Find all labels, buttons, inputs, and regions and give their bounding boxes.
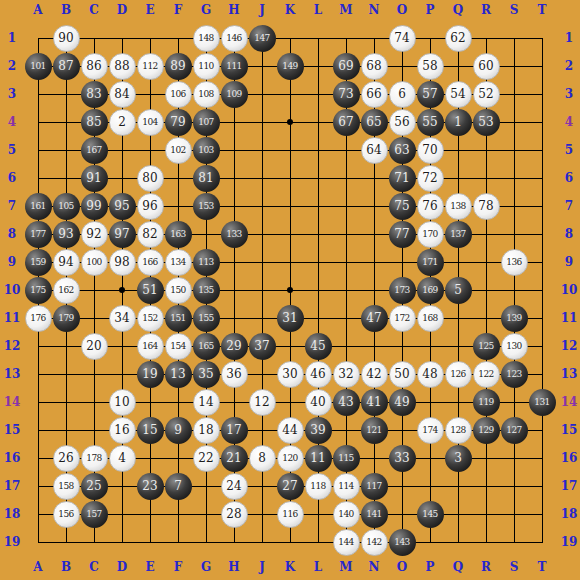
intersection-K3[interactable] xyxy=(276,80,304,108)
intersection-Q2[interactable] xyxy=(444,52,472,80)
intersection-D3[interactable]: 84 xyxy=(108,80,136,108)
intersection-B15[interactable] xyxy=(52,416,80,444)
stone-M19[interactable]: 144 xyxy=(333,529,360,556)
intersection-E2[interactable]: 112 xyxy=(136,52,164,80)
intersection-L10[interactable] xyxy=(304,276,332,304)
intersection-O9[interactable] xyxy=(388,248,416,276)
intersection-Q3[interactable]: 54 xyxy=(444,80,472,108)
intersection-F7[interactable] xyxy=(164,192,192,220)
stone-C5[interactable]: 167 xyxy=(81,137,108,164)
intersection-G17[interactable] xyxy=(192,472,220,500)
stone-C18[interactable]: 157 xyxy=(81,501,108,528)
stone-L15[interactable]: 39 xyxy=(305,417,332,444)
intersection-L7[interactable] xyxy=(304,192,332,220)
intersection-R10[interactable] xyxy=(472,276,500,304)
intersection-P19[interactable] xyxy=(416,528,444,556)
stone-F17[interactable]: 7 xyxy=(165,473,192,500)
intersection-S9[interactable]: 136 xyxy=(500,248,528,276)
stone-J16[interactable]: 8 xyxy=(249,445,276,472)
intersection-O6[interactable]: 71 xyxy=(388,164,416,192)
stone-G16[interactable]: 22 xyxy=(193,445,220,472)
intersection-S18[interactable] xyxy=(500,500,528,528)
intersection-H9[interactable] xyxy=(220,248,248,276)
intersection-E16[interactable] xyxy=(136,444,164,472)
stone-M13[interactable]: 32 xyxy=(333,361,360,388)
stone-F10[interactable]: 150 xyxy=(165,277,192,304)
stone-R7[interactable]: 78 xyxy=(473,193,500,220)
intersection-Q19[interactable] xyxy=(444,528,472,556)
intersection-Q7[interactable]: 138 xyxy=(444,192,472,220)
intersection-A8[interactable]: 177 xyxy=(24,220,52,248)
stone-L16[interactable]: 11 xyxy=(305,445,332,472)
intersection-F9[interactable]: 134 xyxy=(164,248,192,276)
intersection-E10[interactable]: 51 xyxy=(136,276,164,304)
stone-A9[interactable]: 159 xyxy=(25,249,52,276)
intersection-N19[interactable]: 142 xyxy=(360,528,388,556)
intersection-J11[interactable] xyxy=(248,304,276,332)
intersection-O4[interactable]: 56 xyxy=(388,108,416,136)
intersection-D15[interactable]: 16 xyxy=(108,416,136,444)
intersection-R5[interactable] xyxy=(472,136,500,164)
stone-G3[interactable]: 108 xyxy=(193,81,220,108)
intersection-O12[interactable] xyxy=(388,332,416,360)
intersection-T3[interactable] xyxy=(528,80,556,108)
intersection-K2[interactable]: 149 xyxy=(276,52,304,80)
intersection-R1[interactable] xyxy=(472,24,500,52)
intersection-G13[interactable]: 35 xyxy=(192,360,220,388)
intersection-D8[interactable]: 97 xyxy=(108,220,136,248)
go-grid[interactable]: 9014814614774621018786881128911011114969… xyxy=(24,24,556,556)
intersection-L6[interactable] xyxy=(304,164,332,192)
stone-K18[interactable]: 116 xyxy=(277,501,304,528)
intersection-C17[interactable]: 25 xyxy=(80,472,108,500)
intersection-G3[interactable]: 108 xyxy=(192,80,220,108)
intersection-R15[interactable]: 129 xyxy=(472,416,500,444)
stone-J12[interactable]: 37 xyxy=(249,333,276,360)
stone-F5[interactable]: 102 xyxy=(165,137,192,164)
intersection-B1[interactable]: 90 xyxy=(52,24,80,52)
stone-R2[interactable]: 60 xyxy=(473,53,500,80)
stone-M4[interactable]: 67 xyxy=(333,109,360,136)
intersection-L17[interactable]: 118 xyxy=(304,472,332,500)
intersection-J7[interactable] xyxy=(248,192,276,220)
intersection-S1[interactable] xyxy=(500,24,528,52)
stone-N2[interactable]: 68 xyxy=(361,53,388,80)
intersection-P2[interactable]: 58 xyxy=(416,52,444,80)
stone-M14[interactable]: 43 xyxy=(333,389,360,416)
intersection-A10[interactable]: 175 xyxy=(24,276,52,304)
intersection-F2[interactable]: 89 xyxy=(164,52,192,80)
intersection-E18[interactable] xyxy=(136,500,164,528)
intersection-J8[interactable] xyxy=(248,220,276,248)
intersection-K17[interactable]: 27 xyxy=(276,472,304,500)
intersection-S11[interactable]: 139 xyxy=(500,304,528,332)
intersection-M3[interactable]: 73 xyxy=(332,80,360,108)
intersection-N3[interactable]: 66 xyxy=(360,80,388,108)
intersection-R4[interactable]: 53 xyxy=(472,108,500,136)
intersection-C5[interactable]: 167 xyxy=(80,136,108,164)
stone-G15[interactable]: 18 xyxy=(193,417,220,444)
intersection-H3[interactable]: 109 xyxy=(220,80,248,108)
intersection-S17[interactable] xyxy=(500,472,528,500)
intersection-P1[interactable] xyxy=(416,24,444,52)
intersection-E6[interactable]: 80 xyxy=(136,164,164,192)
intersection-S2[interactable] xyxy=(500,52,528,80)
intersection-S15[interactable]: 127 xyxy=(500,416,528,444)
stone-C7[interactable]: 99 xyxy=(81,193,108,220)
intersection-P9[interactable]: 171 xyxy=(416,248,444,276)
intersection-A17[interactable] xyxy=(24,472,52,500)
stone-H16[interactable]: 21 xyxy=(221,445,248,472)
intersection-K19[interactable] xyxy=(276,528,304,556)
intersection-R7[interactable]: 78 xyxy=(472,192,500,220)
intersection-O7[interactable]: 75 xyxy=(388,192,416,220)
stone-L12[interactable]: 45 xyxy=(305,333,332,360)
intersection-R13[interactable]: 122 xyxy=(472,360,500,388)
intersection-C15[interactable] xyxy=(80,416,108,444)
stone-D14[interactable]: 10 xyxy=(109,389,136,416)
intersection-E14[interactable] xyxy=(136,388,164,416)
intersection-Q8[interactable]: 137 xyxy=(444,220,472,248)
stone-P11[interactable]: 168 xyxy=(417,305,444,332)
intersection-N10[interactable] xyxy=(360,276,388,304)
intersection-O17[interactable] xyxy=(388,472,416,500)
intersection-L15[interactable]: 39 xyxy=(304,416,332,444)
stone-B2[interactable]: 87 xyxy=(53,53,80,80)
intersection-M5[interactable] xyxy=(332,136,360,164)
stone-C17[interactable]: 25 xyxy=(81,473,108,500)
intersection-A7[interactable]: 161 xyxy=(24,192,52,220)
stone-G12[interactable]: 165 xyxy=(193,333,220,360)
stone-T14[interactable]: 131 xyxy=(529,389,556,416)
intersection-N17[interactable]: 117 xyxy=(360,472,388,500)
intersection-H1[interactable]: 146 xyxy=(220,24,248,52)
intersection-B9[interactable]: 94 xyxy=(52,248,80,276)
intersection-A4[interactable] xyxy=(24,108,52,136)
stone-K15[interactable]: 44 xyxy=(277,417,304,444)
stone-F4[interactable]: 79 xyxy=(165,109,192,136)
intersection-B10[interactable]: 162 xyxy=(52,276,80,304)
intersection-Q1[interactable]: 62 xyxy=(444,24,472,52)
intersection-F11[interactable]: 151 xyxy=(164,304,192,332)
intersection-S10[interactable] xyxy=(500,276,528,304)
intersection-G5[interactable]: 103 xyxy=(192,136,220,164)
intersection-D13[interactable] xyxy=(108,360,136,388)
stone-O7[interactable]: 75 xyxy=(389,193,416,220)
intersection-C2[interactable]: 86 xyxy=(80,52,108,80)
intersection-J6[interactable] xyxy=(248,164,276,192)
intersection-Q15[interactable]: 128 xyxy=(444,416,472,444)
intersection-F19[interactable] xyxy=(164,528,192,556)
intersection-N12[interactable] xyxy=(360,332,388,360)
intersection-S3[interactable] xyxy=(500,80,528,108)
intersection-J17[interactable] xyxy=(248,472,276,500)
intersection-C4[interactable]: 85 xyxy=(80,108,108,136)
stone-N3[interactable]: 66 xyxy=(361,81,388,108)
intersection-D11[interactable]: 34 xyxy=(108,304,136,332)
intersection-K6[interactable] xyxy=(276,164,304,192)
intersection-D1[interactable] xyxy=(108,24,136,52)
intersection-D12[interactable] xyxy=(108,332,136,360)
stone-O5[interactable]: 63 xyxy=(389,137,416,164)
intersection-F16[interactable] xyxy=(164,444,192,472)
intersection-H12[interactable]: 29 xyxy=(220,332,248,360)
intersection-B18[interactable]: 156 xyxy=(52,500,80,528)
intersection-D17[interactable] xyxy=(108,472,136,500)
intersection-T9[interactable] xyxy=(528,248,556,276)
stone-B8[interactable]: 93 xyxy=(53,221,80,248)
intersection-G12[interactable]: 165 xyxy=(192,332,220,360)
stone-P5[interactable]: 70 xyxy=(417,137,444,164)
stone-N14[interactable]: 41 xyxy=(361,389,388,416)
intersection-A15[interactable] xyxy=(24,416,52,444)
intersection-J15[interactable] xyxy=(248,416,276,444)
intersection-G7[interactable]: 153 xyxy=(192,192,220,220)
intersection-B17[interactable]: 158 xyxy=(52,472,80,500)
intersection-N13[interactable]: 42 xyxy=(360,360,388,388)
stone-K13[interactable]: 30 xyxy=(277,361,304,388)
intersection-L1[interactable] xyxy=(304,24,332,52)
stone-H3[interactable]: 109 xyxy=(221,81,248,108)
intersection-T15[interactable] xyxy=(528,416,556,444)
intersection-R14[interactable]: 119 xyxy=(472,388,500,416)
stone-D4[interactable]: 2 xyxy=(109,109,136,136)
stone-F13[interactable]: 13 xyxy=(165,361,192,388)
stone-A11[interactable]: 176 xyxy=(25,305,52,332)
stone-E15[interactable]: 15 xyxy=(137,417,164,444)
intersection-H10[interactable] xyxy=(220,276,248,304)
intersection-G8[interactable] xyxy=(192,220,220,248)
intersection-A16[interactable] xyxy=(24,444,52,472)
intersection-O11[interactable]: 172 xyxy=(388,304,416,332)
intersection-J1[interactable]: 147 xyxy=(248,24,276,52)
intersection-L13[interactable]: 46 xyxy=(304,360,332,388)
intersection-K13[interactable]: 30 xyxy=(276,360,304,388)
stone-E7[interactable]: 96 xyxy=(137,193,164,220)
intersection-J10[interactable] xyxy=(248,276,276,304)
stone-A8[interactable]: 177 xyxy=(25,221,52,248)
intersection-N16[interactable] xyxy=(360,444,388,472)
intersection-K8[interactable] xyxy=(276,220,304,248)
intersection-G1[interactable]: 148 xyxy=(192,24,220,52)
stone-Q7[interactable]: 138 xyxy=(445,193,472,220)
intersection-A9[interactable]: 159 xyxy=(24,248,52,276)
intersection-G4[interactable]: 107 xyxy=(192,108,220,136)
intersection-F15[interactable]: 9 xyxy=(164,416,192,444)
intersection-M8[interactable] xyxy=(332,220,360,248)
intersection-P3[interactable]: 57 xyxy=(416,80,444,108)
intersection-A2[interactable]: 101 xyxy=(24,52,52,80)
stone-O6[interactable]: 71 xyxy=(389,165,416,192)
stone-F15[interactable]: 9 xyxy=(165,417,192,444)
intersection-C8[interactable]: 92 xyxy=(80,220,108,248)
stone-P10[interactable]: 169 xyxy=(417,277,444,304)
stone-R14[interactable]: 119 xyxy=(473,389,500,416)
intersection-S13[interactable]: 123 xyxy=(500,360,528,388)
stone-M2[interactable]: 69 xyxy=(333,53,360,80)
intersection-E8[interactable]: 82 xyxy=(136,220,164,248)
stone-H13[interactable]: 36 xyxy=(221,361,248,388)
stone-H12[interactable]: 29 xyxy=(221,333,248,360)
intersection-B16[interactable]: 26 xyxy=(52,444,80,472)
intersection-P12[interactable] xyxy=(416,332,444,360)
intersection-D7[interactable]: 95 xyxy=(108,192,136,220)
intersection-D19[interactable] xyxy=(108,528,136,556)
stone-G4[interactable]: 107 xyxy=(193,109,220,136)
intersection-O10[interactable]: 173 xyxy=(388,276,416,304)
intersection-M19[interactable]: 144 xyxy=(332,528,360,556)
stone-Q8[interactable]: 137 xyxy=(445,221,472,248)
intersection-M16[interactable]: 115 xyxy=(332,444,360,472)
intersection-J19[interactable] xyxy=(248,528,276,556)
intersection-T12[interactable] xyxy=(528,332,556,360)
stone-P2[interactable]: 58 xyxy=(417,53,444,80)
intersection-K11[interactable]: 31 xyxy=(276,304,304,332)
intersection-P11[interactable]: 168 xyxy=(416,304,444,332)
intersection-L14[interactable]: 40 xyxy=(304,388,332,416)
intersection-E7[interactable]: 96 xyxy=(136,192,164,220)
stone-G10[interactable]: 135 xyxy=(193,277,220,304)
stone-R4[interactable]: 53 xyxy=(473,109,500,136)
intersection-Q18[interactable] xyxy=(444,500,472,528)
stone-K2[interactable]: 149 xyxy=(277,53,304,80)
stone-P4[interactable]: 55 xyxy=(417,109,444,136)
intersection-D14[interactable]: 10 xyxy=(108,388,136,416)
stone-C6[interactable]: 91 xyxy=(81,165,108,192)
intersection-Q4[interactable]: 1 xyxy=(444,108,472,136)
stone-F2[interactable]: 89 xyxy=(165,53,192,80)
intersection-R6[interactable] xyxy=(472,164,500,192)
intersection-T4[interactable] xyxy=(528,108,556,136)
intersection-H11[interactable] xyxy=(220,304,248,332)
intersection-D5[interactable] xyxy=(108,136,136,164)
intersection-B13[interactable] xyxy=(52,360,80,388)
stone-C16[interactable]: 178 xyxy=(81,445,108,472)
intersection-N7[interactable] xyxy=(360,192,388,220)
intersection-K5[interactable] xyxy=(276,136,304,164)
intersection-M15[interactable] xyxy=(332,416,360,444)
intersection-F13[interactable]: 13 xyxy=(164,360,192,388)
intersection-N6[interactable] xyxy=(360,164,388,192)
intersection-P7[interactable]: 76 xyxy=(416,192,444,220)
intersection-L11[interactable] xyxy=(304,304,332,332)
intersection-F17[interactable]: 7 xyxy=(164,472,192,500)
intersection-K14[interactable] xyxy=(276,388,304,416)
intersection-Q17[interactable] xyxy=(444,472,472,500)
stone-Q13[interactable]: 126 xyxy=(445,361,472,388)
stone-L13[interactable]: 46 xyxy=(305,361,332,388)
stone-E13[interactable]: 19 xyxy=(137,361,164,388)
intersection-Q16[interactable]: 3 xyxy=(444,444,472,472)
stone-G9[interactable]: 113 xyxy=(193,249,220,276)
stone-B11[interactable]: 179 xyxy=(53,305,80,332)
stone-F12[interactable]: 154 xyxy=(165,333,192,360)
stone-B10[interactable]: 162 xyxy=(53,277,80,304)
intersection-C12[interactable]: 20 xyxy=(80,332,108,360)
intersection-O2[interactable] xyxy=(388,52,416,80)
intersection-J14[interactable]: 12 xyxy=(248,388,276,416)
intersection-Q12[interactable] xyxy=(444,332,472,360)
intersection-T10[interactable] xyxy=(528,276,556,304)
intersection-S6[interactable] xyxy=(500,164,528,192)
intersection-G10[interactable]: 135 xyxy=(192,276,220,304)
stone-D8[interactable]: 97 xyxy=(109,221,136,248)
stone-E17[interactable]: 23 xyxy=(137,473,164,500)
intersection-Q13[interactable]: 126 xyxy=(444,360,472,388)
intersection-C18[interactable]: 157 xyxy=(80,500,108,528)
intersection-F4[interactable]: 79 xyxy=(164,108,192,136)
intersection-P17[interactable] xyxy=(416,472,444,500)
intersection-A5[interactable] xyxy=(24,136,52,164)
stone-D16[interactable]: 4 xyxy=(109,445,136,472)
intersection-T13[interactable] xyxy=(528,360,556,388)
stone-H15[interactable]: 17 xyxy=(221,417,248,444)
intersection-M10[interactable] xyxy=(332,276,360,304)
intersection-N5[interactable]: 64 xyxy=(360,136,388,164)
intersection-T17[interactable] xyxy=(528,472,556,500)
intersection-S12[interactable]: 130 xyxy=(500,332,528,360)
stone-O13[interactable]: 50 xyxy=(389,361,416,388)
intersection-N9[interactable] xyxy=(360,248,388,276)
intersection-K12[interactable] xyxy=(276,332,304,360)
intersection-C6[interactable]: 91 xyxy=(80,164,108,192)
intersection-O16[interactable]: 33 xyxy=(388,444,416,472)
intersection-N4[interactable]: 65 xyxy=(360,108,388,136)
stone-G7[interactable]: 153 xyxy=(193,193,220,220)
intersection-M6[interactable] xyxy=(332,164,360,192)
stone-E9[interactable]: 166 xyxy=(137,249,164,276)
intersection-C14[interactable] xyxy=(80,388,108,416)
stone-C4[interactable]: 85 xyxy=(81,109,108,136)
intersection-A3[interactable] xyxy=(24,80,52,108)
intersection-S8[interactable] xyxy=(500,220,528,248)
stone-B1[interactable]: 90 xyxy=(53,25,80,52)
stone-A7[interactable]: 161 xyxy=(25,193,52,220)
intersection-M14[interactable]: 43 xyxy=(332,388,360,416)
intersection-O14[interactable]: 49 xyxy=(388,388,416,416)
intersection-K4[interactable] xyxy=(276,108,304,136)
intersection-N14[interactable]: 41 xyxy=(360,388,388,416)
intersection-O15[interactable] xyxy=(388,416,416,444)
intersection-O19[interactable]: 143 xyxy=(388,528,416,556)
intersection-R2[interactable]: 60 xyxy=(472,52,500,80)
stone-Q1[interactable]: 62 xyxy=(445,25,472,52)
stone-K17[interactable]: 27 xyxy=(277,473,304,500)
intersection-B3[interactable] xyxy=(52,80,80,108)
intersection-T11[interactable] xyxy=(528,304,556,332)
stone-H18[interactable]: 28 xyxy=(221,501,248,528)
intersection-H14[interactable] xyxy=(220,388,248,416)
stone-J1[interactable]: 147 xyxy=(249,25,276,52)
intersection-E5[interactable] xyxy=(136,136,164,164)
intersection-P4[interactable]: 55 xyxy=(416,108,444,136)
intersection-E9[interactable]: 166 xyxy=(136,248,164,276)
intersection-S16[interactable] xyxy=(500,444,528,472)
intersection-K16[interactable]: 120 xyxy=(276,444,304,472)
stone-C8[interactable]: 92 xyxy=(81,221,108,248)
stone-Q3[interactable]: 54 xyxy=(445,81,472,108)
intersection-F8[interactable]: 163 xyxy=(164,220,192,248)
intersection-O5[interactable]: 63 xyxy=(388,136,416,164)
intersection-K18[interactable]: 116 xyxy=(276,500,304,528)
intersection-K9[interactable] xyxy=(276,248,304,276)
intersection-F1[interactable] xyxy=(164,24,192,52)
stone-N4[interactable]: 65 xyxy=(361,109,388,136)
intersection-J16[interactable]: 8 xyxy=(248,444,276,472)
stone-O3[interactable]: 6 xyxy=(389,81,416,108)
intersection-D6[interactable] xyxy=(108,164,136,192)
intersection-T14[interactable]: 131 xyxy=(528,388,556,416)
